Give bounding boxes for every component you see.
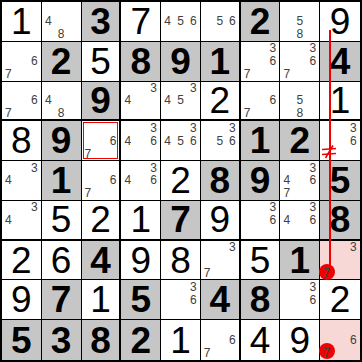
given-value: 5: [11, 322, 32, 359]
cell-r5c6[interactable]: 8: [201, 161, 241, 201]
empty-candidate: [347, 254, 360, 267]
empty-candidate: [267, 107, 280, 120]
candidate-3: 3: [28, 161, 41, 174]
candidate-grid: 34: [2, 201, 41, 239]
solved-value: 6: [51, 242, 72, 279]
cell-r3c7[interactable]: 67: [241, 82, 281, 122]
candidate-4: 4: [280, 174, 293, 187]
cell-r7c6[interactable]: 37: [201, 241, 241, 281]
empty-candidate: [241, 55, 254, 68]
cell-r6c7[interactable]: 36: [241, 201, 281, 241]
cell-r2c7[interactable]: 367: [241, 42, 281, 82]
sudoku-app: 1483745656258967258913673674674893434526…: [0, 0, 362, 362]
cell-r2c2[interactable]: 2: [42, 42, 82, 82]
cell-r1c8[interactable]: 58: [280, 2, 320, 42]
candidate-8: 8: [55, 107, 68, 120]
empty-candidate: [174, 306, 187, 319]
sudoku-board: 1483745656258967258913673674674893434526…: [0, 0, 362, 362]
empty-candidate: [187, 107, 200, 120]
cell-r4c1[interactable]: 8: [2, 121, 42, 161]
cell-r4c6[interactable]: 356: [201, 121, 241, 161]
candidate-4: 4: [121, 174, 134, 187]
cell-r1c9[interactable]: 9: [320, 2, 360, 42]
cell-r9c3[interactable]: 8: [82, 320, 122, 360]
empty-candidate: [2, 226, 15, 239]
empty-candidate: [254, 213, 267, 226]
empty-candidate: [293, 68, 306, 81]
empty-candidate: [254, 107, 267, 120]
candidate-grid: 346: [121, 121, 160, 160]
cell-r3c1[interactable]: 67: [2, 82, 42, 122]
empty-candidate: [241, 213, 254, 226]
candidate-3: 3: [306, 201, 319, 214]
candidate-grid: 36: [320, 121, 360, 160]
candidate-4: 4: [280, 213, 293, 226]
candidate-3: 3: [267, 42, 280, 55]
candidate-3: 3: [28, 201, 41, 214]
empty-candidate: [213, 147, 226, 160]
given-value: 9: [90, 82, 111, 119]
empty-candidate: [213, 333, 226, 346]
empty-candidate: [306, 306, 319, 319]
candidate-grid: 58: [280, 82, 319, 120]
empty-candidate: [187, 306, 200, 319]
solved-value: 1: [90, 281, 111, 318]
empty-candidate: [134, 82, 147, 95]
empty-candidate: [226, 2, 239, 15]
empty-candidate: [161, 121, 174, 134]
candidate-4: 4: [161, 15, 174, 28]
empty-candidate: [147, 147, 160, 160]
cell-r6c9[interactable]: 8: [320, 201, 360, 241]
empty-candidate: [121, 187, 134, 200]
empty-candidate: [213, 241, 226, 254]
candidate-6: 6: [267, 55, 280, 68]
empty-candidate: [174, 293, 187, 306]
cell-r9c1[interactable]: 5: [2, 320, 42, 360]
candidate-grid: 34: [121, 82, 160, 120]
empty-candidate: [293, 2, 306, 15]
empty-candidate: [82, 174, 95, 187]
cell-r1c3[interactable]: 3: [82, 2, 122, 42]
empty-candidate: [15, 174, 28, 187]
candidate-7: 7: [201, 267, 214, 280]
empty-candidate: [42, 82, 55, 95]
candidate-grid: 36: [161, 280, 200, 319]
candidate-7: 7: [241, 107, 254, 120]
empty-candidate: [107, 121, 120, 134]
solved-value: 2: [209, 82, 230, 119]
cell-r4c8[interactable]: 2: [280, 121, 320, 161]
cell-r4c7[interactable]: 1: [241, 121, 281, 161]
empty-candidate: [201, 147, 214, 160]
empty-candidate: [347, 320, 360, 333]
empty-candidate: [254, 42, 267, 55]
solved-value: 2: [11, 242, 32, 279]
cell-r8c7[interactable]: 8: [241, 280, 281, 320]
empty-candidate: [267, 82, 280, 95]
cell-r4c5[interactable]: 3456: [161, 121, 201, 161]
candidate-5: 5: [213, 134, 226, 147]
empty-candidate: [213, 347, 226, 360]
cell-r8c5[interactable]: 36: [161, 280, 201, 320]
cell-r5c2[interactable]: 1: [42, 161, 82, 201]
empty-candidate: [55, 2, 68, 15]
candidate-6: 6: [267, 94, 280, 107]
empty-candidate: [107, 147, 120, 160]
cell-r7c8[interactable]: 1: [280, 241, 320, 281]
given-value: 2: [130, 322, 151, 359]
empty-candidate: [2, 82, 15, 95]
empty-candidate: [254, 55, 267, 68]
empty-candidate: [320, 241, 333, 254]
cell-r7c7[interactable]: 5: [241, 241, 281, 281]
candidate-grid: 37: [320, 241, 360, 280]
candidate-6: 6: [347, 134, 360, 147]
empty-candidate: [121, 107, 134, 120]
candidate-6: 6: [187, 293, 200, 306]
empty-candidate: [333, 134, 346, 147]
candidate-5: 5: [293, 15, 306, 28]
empty-candidate: [161, 107, 174, 120]
cell-r2c9[interactable]: 4: [320, 42, 360, 82]
empty-candidate: [280, 94, 293, 107]
cell-r9c2[interactable]: 3: [42, 320, 82, 360]
candidate-3: 3: [306, 42, 319, 55]
candidate-4: 4: [42, 94, 55, 107]
empty-candidate: [280, 15, 293, 28]
empty-candidate: [293, 293, 306, 306]
candidate-grid: 367: [241, 42, 280, 81]
candidate-5: 5: [213, 15, 226, 28]
solved-value: 9: [290, 322, 311, 359]
empty-candidate: [320, 147, 333, 160]
empty-candidate: [333, 333, 346, 346]
candidate-grid: 356: [201, 121, 239, 160]
given-value: 2: [250, 3, 271, 40]
cell-r8c9[interactable]: 2: [320, 280, 360, 320]
cell-r6c5[interactable]: 7: [161, 201, 201, 241]
empty-candidate: [306, 94, 319, 107]
empty-candidate: [213, 28, 226, 41]
empty-candidate: [42, 28, 55, 41]
cell-r9c9[interactable]: 67: [320, 320, 360, 360]
candidate-3: 3: [187, 280, 200, 293]
empty-candidate: [187, 28, 200, 41]
empty-candidate: [226, 254, 239, 267]
cell-r5c7[interactable]: 9: [241, 161, 281, 201]
candidate-7: 7: [82, 187, 95, 200]
cell-r9c5[interactable]: 1: [161, 320, 201, 360]
empty-candidate: [187, 2, 200, 15]
empty-candidate: [94, 187, 107, 200]
cell-r5c9[interactable]: 5: [320, 161, 360, 201]
cell-r4c9[interactable]: 36: [320, 121, 360, 161]
candidate-3: 3: [347, 121, 360, 134]
cell-r9c4[interactable]: 2: [121, 320, 161, 360]
empty-candidate: [15, 213, 28, 226]
empty-candidate: [28, 213, 41, 226]
cell-r3c2[interactable]: 48: [42, 82, 82, 122]
candidate-4: 4: [2, 174, 15, 187]
empty-candidate: [174, 82, 187, 95]
empty-candidate: [280, 82, 293, 95]
solved-value: 9: [330, 3, 351, 40]
candidate-6: 6: [226, 134, 239, 147]
empty-candidate: [293, 187, 306, 200]
empty-candidate: [226, 147, 239, 160]
cell-r7c4[interactable]: 9: [121, 241, 161, 281]
empty-candidate: [267, 68, 280, 81]
candidate-6: 6: [306, 174, 319, 187]
candidate-6: 6: [347, 333, 360, 346]
cell-r1c7[interactable]: 2: [241, 2, 281, 42]
empty-candidate: [15, 107, 28, 120]
empty-candidate: [134, 187, 147, 200]
cell-r3c5[interactable]: 345: [161, 82, 201, 122]
empty-candidate: [213, 121, 226, 134]
cell-r7c3[interactable]: 4: [82, 241, 122, 281]
empty-candidate: [293, 42, 306, 55]
candidate-6: 6: [147, 134, 160, 147]
empty-candidate: [55, 94, 68, 107]
cell-r2c1[interactable]: 67: [2, 42, 42, 82]
empty-candidate: [28, 42, 41, 55]
empty-candidate: [2, 187, 15, 200]
candidate-6: 6: [306, 293, 319, 306]
empty-candidate: [121, 82, 134, 95]
empty-candidate: [306, 15, 319, 28]
cell-r9c7[interactable]: 4: [241, 320, 281, 360]
cell-r7c9[interactable]: 37: [320, 241, 360, 281]
candidate-6: 6: [147, 174, 160, 187]
empty-candidate: [15, 82, 28, 95]
empty-candidate: [254, 201, 267, 214]
solved-value: 7: [130, 3, 151, 40]
empty-candidate: [280, 201, 293, 214]
empty-candidate: [2, 94, 15, 107]
cell-r1c1[interactable]: 1: [2, 2, 42, 42]
cell-r4c4[interactable]: 346: [121, 121, 161, 161]
empty-candidate: [121, 147, 134, 160]
candidate-6: 6: [107, 174, 120, 187]
cell-r7c1[interactable]: 2: [2, 241, 42, 281]
empty-candidate: [280, 55, 293, 68]
cell-r8c6[interactable]: 4: [201, 280, 241, 320]
empty-candidate: [201, 2, 214, 15]
empty-candidate: [320, 134, 333, 147]
empty-candidate: [68, 28, 81, 41]
empty-candidate: [15, 94, 28, 107]
cell-r8c4[interactable]: 5: [121, 280, 161, 320]
empty-candidate: [306, 68, 319, 81]
solved-value: 1: [11, 3, 32, 40]
cell-r5c1[interactable]: 34: [2, 161, 42, 201]
cell-r6c6[interactable]: 9: [201, 201, 241, 241]
empty-candidate: [347, 347, 360, 360]
candidate-6: 6: [226, 333, 239, 346]
cell-r7c2[interactable]: 6: [42, 241, 82, 281]
cell-r4c2[interactable]: 9: [42, 121, 82, 161]
empty-candidate: [134, 94, 147, 107]
cell-r6c8[interactable]: 346: [280, 201, 320, 241]
cell-r3c3[interactable]: 9: [82, 82, 122, 122]
cell-r6c1[interactable]: 34: [2, 201, 42, 241]
given-value: 3: [90, 3, 111, 40]
empty-candidate: [333, 241, 346, 254]
cell-r8c2[interactable]: 7: [42, 280, 82, 320]
candidate-grid: 67: [82, 161, 120, 200]
given-value: 8: [209, 162, 230, 199]
empty-candidate: [241, 82, 254, 95]
empty-candidate: [226, 267, 239, 280]
empty-candidate: [2, 161, 15, 174]
empty-candidate: [107, 161, 120, 174]
empty-candidate: [147, 94, 160, 107]
empty-candidate: [320, 254, 333, 267]
cell-r9c6[interactable]: 67: [201, 320, 241, 360]
given-value: 5: [330, 162, 351, 199]
empty-candidate: [28, 107, 41, 120]
candidate-grid: 67: [2, 82, 41, 120]
cell-r2c3[interactable]: 5: [82, 42, 122, 82]
given-value: 4: [209, 281, 230, 318]
cell-r1c2[interactable]: 48: [42, 2, 82, 42]
cell-r2c5[interactable]: 9: [161, 42, 201, 82]
empty-candidate: [241, 226, 254, 239]
empty-candidate: [2, 55, 15, 68]
cell-r2c8[interactable]: 367: [280, 42, 320, 82]
given-value: 8: [330, 201, 351, 238]
given-value: 2: [51, 43, 72, 80]
empty-candidate: [293, 213, 306, 226]
solved-value: 9: [11, 281, 32, 318]
cell-r1c6[interactable]: 56: [201, 2, 241, 42]
empty-candidate: [187, 147, 200, 160]
solved-value: 5: [250, 242, 271, 279]
empty-candidate: [280, 226, 293, 239]
empty-candidate: [226, 320, 239, 333]
empty-candidate: [280, 28, 293, 41]
candidate-grid: 67: [241, 82, 280, 120]
empty-candidate: [306, 82, 319, 95]
cell-r7c5[interactable]: 8: [161, 241, 201, 281]
empty-candidate: [42, 2, 55, 15]
empty-candidate: [320, 333, 333, 346]
candidate-3: 3: [147, 121, 160, 134]
cell-r1c5[interactable]: 456: [161, 2, 201, 42]
candidate-3: 3: [226, 241, 239, 254]
empty-candidate: [201, 28, 214, 41]
cell-r2c4[interactable]: 8: [121, 42, 161, 82]
cell-r3c6[interactable]: 2: [201, 82, 241, 122]
solved-value: 2: [90, 201, 111, 238]
cell-r8c3[interactable]: 1: [82, 280, 122, 320]
empty-candidate: [147, 187, 160, 200]
empty-candidate: [201, 15, 214, 28]
cell-r3c4[interactable]: 34: [121, 82, 161, 122]
empty-candidate: [121, 121, 134, 134]
empty-candidate: [174, 121, 187, 134]
candidate-grid: 36: [241, 201, 280, 239]
empty-candidate: [241, 42, 254, 55]
empty-candidate: [94, 161, 107, 174]
empty-candidate: [213, 320, 226, 333]
empty-candidate: [134, 121, 147, 134]
cell-r6c4[interactable]: 1: [121, 201, 161, 241]
cell-r5c5[interactable]: 2: [161, 161, 201, 201]
solved-value: 8: [11, 122, 32, 159]
cell-r5c3[interactable]: 67: [82, 161, 122, 201]
given-value: 7: [51, 281, 72, 318]
candidate-6: 6: [28, 55, 41, 68]
candidate-3: 3: [187, 121, 200, 134]
empty-candidate: [68, 2, 81, 15]
empty-candidate: [293, 280, 306, 293]
cell-r4c3[interactable]: 67: [82, 121, 122, 161]
empty-candidate: [94, 174, 107, 187]
empty-candidate: [226, 28, 239, 41]
empty-candidate: [2, 42, 15, 55]
candidate-3: 3: [187, 82, 200, 95]
candidate-4: 4: [121, 134, 134, 147]
empty-candidate: [293, 82, 306, 95]
empty-candidate: [241, 94, 254, 107]
empty-candidate: [293, 226, 306, 239]
solved-value: 2: [330, 281, 351, 318]
cell-r9c8[interactable]: 9: [280, 320, 320, 360]
empty-candidate: [121, 161, 134, 174]
candidate-grid: 67: [82, 121, 120, 160]
solved-value: 4: [250, 322, 271, 359]
given-value: 3: [51, 322, 72, 359]
cell-r2c6[interactable]: 1: [201, 42, 241, 82]
cell-r6c2[interactable]: 5: [42, 201, 82, 241]
cell-r3c8[interactable]: 58: [280, 82, 320, 122]
candidate-6: 6: [267, 213, 280, 226]
empty-candidate: [293, 306, 306, 319]
candidate-7: 7: [320, 347, 333, 360]
empty-candidate: [161, 2, 174, 15]
cell-r3c9[interactable]: 1: [320, 82, 360, 122]
empty-candidate: [201, 134, 214, 147]
candidate-3: 3: [347, 241, 360, 254]
empty-candidate: [213, 2, 226, 15]
cell-r1c4[interactable]: 7: [121, 2, 161, 42]
cell-r5c8[interactable]: 3467: [280, 161, 320, 201]
given-value: 7: [170, 201, 191, 238]
empty-candidate: [174, 280, 187, 293]
cell-r8c8[interactable]: 36: [280, 280, 320, 320]
cell-r5c4[interactable]: 346: [121, 161, 161, 201]
empty-candidate: [293, 201, 306, 214]
given-value: 8: [90, 322, 111, 359]
candidate-6: 6: [187, 15, 200, 28]
empty-candidate: [68, 15, 81, 28]
given-value: 1: [290, 242, 311, 279]
empty-candidate: [94, 147, 107, 160]
given-value: 5: [130, 281, 151, 318]
candidate-grid: 56: [201, 2, 239, 41]
candidate-grid: 36: [280, 280, 319, 319]
solved-value: 1: [170, 322, 191, 359]
empty-candidate: [174, 2, 187, 15]
empty-candidate: [82, 121, 95, 134]
empty-candidate: [15, 68, 28, 81]
cell-r8c1[interactable]: 9: [2, 280, 42, 320]
cell-r6c3[interactable]: 2: [82, 201, 122, 241]
empty-candidate: [293, 55, 306, 68]
